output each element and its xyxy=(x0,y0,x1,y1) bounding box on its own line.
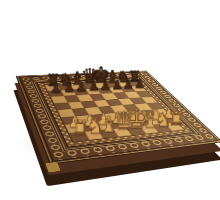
square-b5 xyxy=(67,101,84,109)
board-grid: ♜♞♝♛♚♝♞♜♟♟♟♟♟♟♟♟♟♟♟♟♟♟♟♟♜♞♝♛♚♝♞♜ xyxy=(43,80,185,142)
chess-board: ♜♞♝♛♚♝♞♜♟♟♟♟♟♟♟♟♟♟♟♟♟♟♟♟♜♞♝♛♚♝♞♜ xyxy=(16,71,220,165)
square-e6 xyxy=(101,93,118,100)
floral-inlay-band: ♜♞♝♛♚♝♞♜♟♟♟♟♟♟♟♟♟♟♟♟♟♟♟♟♜♞♝♛♚♝♞♜ xyxy=(37,78,194,148)
perspective-scene: ♜♞♝♛♚♝♞♜♟♟♟♟♟♟♟♟♟♟♟♟♟♟♟♟♜♞♝♛♚♝♞♜ xyxy=(0,0,220,200)
square-g6 xyxy=(124,92,140,98)
product-photo: ♜♞♝♛♚♝♞♜♟♟♟♟♟♟♟♟♟♟♟♟♟♟♟♟♜♞♝♛♚♝♞♜ xyxy=(0,0,220,200)
square-a7: ♟ xyxy=(48,90,64,97)
square-a1: ♜ xyxy=(69,131,89,141)
square-c6 xyxy=(76,94,93,101)
piece-white-rook-a1: ♜ xyxy=(55,136,104,138)
